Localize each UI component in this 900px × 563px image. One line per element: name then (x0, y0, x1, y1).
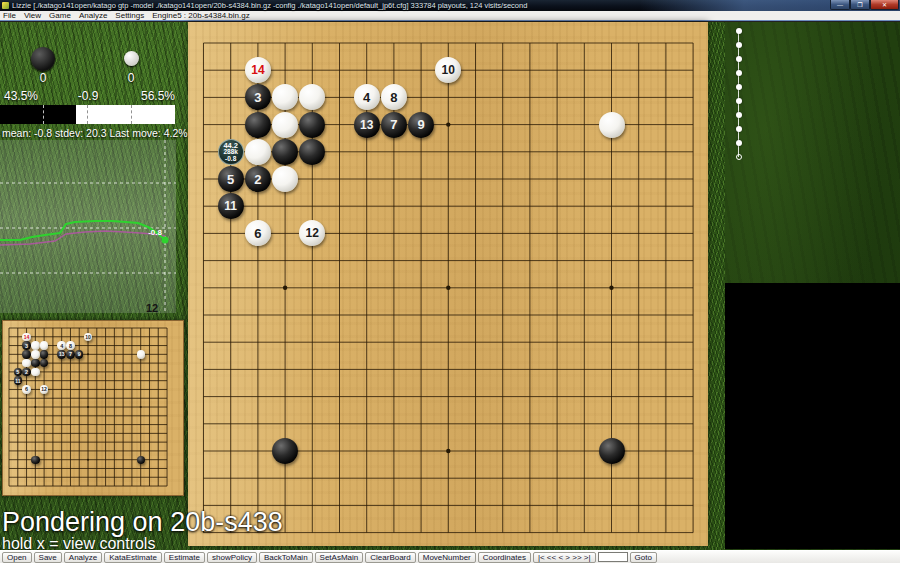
stone-black-H16: 7 (381, 112, 407, 138)
nav-buttons[interactable]: |< << < > >> >| (533, 552, 596, 563)
goto-move-input[interactable] (598, 552, 628, 562)
stone-black-C17: 3 (22, 341, 30, 349)
tree-node-2[interactable] (736, 56, 742, 62)
engine-stats-line: mean: -0.8 stdev: 20.3 Last move: 4.2% (2, 127, 187, 139)
minimize-button[interactable]: — (830, 0, 850, 10)
stone-black-C16 (245, 112, 271, 138)
graph-move-number: 12 (146, 302, 158, 314)
stone-white-D14 (272, 166, 298, 192)
menu-item-analyze[interactable]: Analyze (79, 11, 107, 20)
tree-node-9[interactable] (736, 154, 742, 160)
stone-white-D17 (31, 341, 39, 349)
tree-node-4[interactable] (736, 84, 742, 90)
tree-node-0[interactable] (736, 28, 742, 34)
bottom-toolbar: OpenSaveAnalyzeKataEstimateEstimateshowP… (0, 550, 900, 563)
stone-white-D14 (31, 368, 39, 376)
winrate-bar (0, 105, 175, 124)
stone-black-G16: 13 (57, 350, 65, 358)
window-title: Lizzie [./katago141open/katago gtp -mode… (12, 1, 527, 10)
stone-black-C16 (22, 350, 30, 358)
tree-node-5[interactable] (736, 98, 742, 104)
game-tree-line (738, 31, 739, 157)
stone-white-Q16 (137, 350, 145, 358)
toolbar-button-setasmain[interactable]: SetAsMain (315, 552, 364, 563)
menu-item-view[interactable]: View (24, 11, 41, 20)
winrate-bar-black-segment (0, 105, 76, 124)
menu-item-file[interactable]: File (3, 11, 16, 20)
close-button[interactable]: ✕ (870, 0, 899, 10)
stone-white-C12: 6 (22, 385, 30, 393)
comment-panel (725, 283, 900, 549)
stone-white-C18: 14 (245, 57, 271, 83)
white-winrate-percent: 56.5% (0, 89, 175, 103)
winrate-bar-tick-50 (87, 105, 88, 124)
toolbar-button-showpolicy[interactable]: showPolicy (207, 552, 257, 563)
toolbar-button-open[interactable]: Open (2, 552, 32, 563)
stone-white-E12: 12 (40, 385, 48, 393)
stone-white-Q16 (599, 112, 625, 138)
board-edge-grass (708, 22, 725, 550)
content-area: 14103481379521161244.2288k-0.8 0 0 43.5%… (0, 22, 900, 550)
stone-black-B13: 11 (218, 193, 244, 219)
main-go-board[interactable]: 14103481379521161244.2288k-0.8 (188, 22, 708, 546)
stone-white-D16 (31, 350, 39, 358)
toolbar-button-backtomain[interactable]: BackToMain (259, 552, 313, 563)
stone-black-D4 (272, 438, 298, 464)
stone-white-K18: 10 (84, 333, 92, 341)
menu-item-game[interactable]: Game (49, 11, 71, 20)
stone-black-J16: 9 (75, 350, 83, 358)
menu-item-engine5-20b-s4384-bin-gz[interactable]: Engine5 : 20b-s4384.bin.gz (152, 11, 249, 20)
tree-node-6[interactable] (736, 112, 742, 118)
stone-black-B14: 5 (218, 166, 244, 192)
title-bar: Lizzie [./katago141open/katago gtp -mode… (0, 0, 900, 11)
stone-black-H16: 7 (66, 350, 74, 358)
toolbar-button-analyze[interactable]: Analyze (64, 552, 102, 563)
winrate-graph[interactable]: -0.8 12 (0, 140, 176, 313)
white-capture-stone-icon (124, 51, 139, 66)
stone-black-C14: 2 (22, 368, 30, 376)
stone-white-C18: 14 (22, 333, 30, 341)
toolbar-button-estimate[interactable]: Estimate (164, 552, 205, 563)
suggestion-B15[interactable]: 44.2288k-0.8 (218, 139, 244, 165)
toolbar-button-coordinates[interactable]: Coordinates (478, 552, 531, 563)
black-capture-count: 0 (31, 71, 55, 85)
tree-node-7[interactable] (736, 126, 742, 132)
tree-node-8[interactable] (736, 140, 742, 146)
pondering-status: Pondering on 20b-s438 (2, 507, 283, 538)
stone-black-D4 (31, 456, 39, 464)
svg-text:-0.8: -0.8 (148, 228, 162, 237)
winrate-bar-tick-75 (131, 105, 132, 124)
stone-white-E17 (40, 341, 48, 349)
toolbar-button-movenumber[interactable]: MoveNumber (418, 552, 476, 563)
stone-black-B14: 5 (14, 368, 22, 376)
menu-item-settings[interactable]: Settings (115, 11, 144, 20)
stone-white-C15 (22, 359, 30, 367)
stone-black-C14: 2 (245, 166, 271, 192)
stone-white-C15 (245, 139, 271, 165)
goto-button[interactable]: Goto (630, 552, 657, 563)
lizzie-window: Lizzie [./katago141open/katago gtp -mode… (0, 0, 900, 563)
app-icon (2, 2, 9, 9)
stone-black-E15 (299, 139, 325, 165)
stone-black-Q4 (137, 456, 145, 464)
stone-black-J16: 9 (408, 112, 434, 138)
mini-go-board: 141034813795211612 (2, 320, 184, 496)
stone-black-E16 (40, 350, 48, 358)
stone-black-D15 (31, 359, 39, 367)
stone-black-B13: 11 (14, 376, 22, 384)
tree-node-1[interactable] (736, 42, 742, 48)
stone-black-D15 (272, 139, 298, 165)
stone-black-Q4 (599, 438, 625, 464)
tree-node-3[interactable] (736, 70, 742, 76)
stone-white-G17: 4 (354, 84, 380, 110)
white-capture-count: 0 (116, 71, 146, 85)
toolbar-button-kataestimate[interactable]: KataEstimate (104, 552, 162, 563)
menu-bar: FileViewGameAnalyzeSettingsEngine5 : 20b… (0, 11, 900, 21)
stone-black-G16: 13 (354, 112, 380, 138)
black-capture-stone-icon (31, 47, 55, 71)
restore-button[interactable]: ❐ (850, 0, 870, 10)
toolbar-button-clearboard[interactable]: ClearBoard (365, 552, 415, 563)
stone-white-G17: 4 (57, 341, 65, 349)
winrate-bar-tick-25 (43, 105, 44, 124)
toolbar-button-save[interactable]: Save (34, 552, 62, 563)
stone-black-E16 (299, 112, 325, 138)
stone-white-H17: 8 (66, 341, 74, 349)
stone-white-D16 (272, 112, 298, 138)
